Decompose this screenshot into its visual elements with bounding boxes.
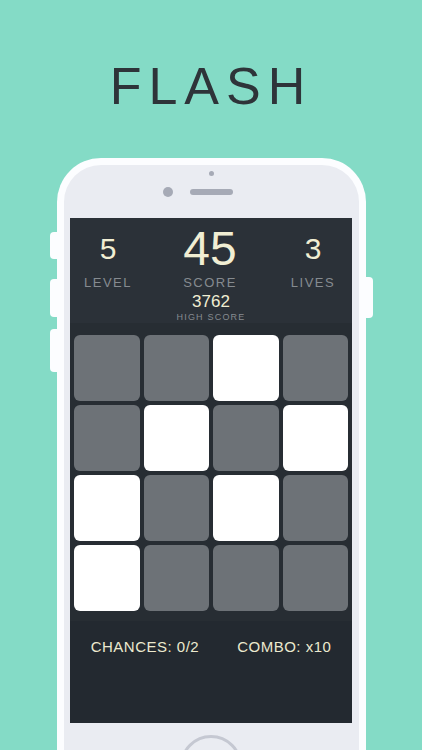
tile-r2c2-lit[interactable] (144, 405, 210, 471)
level-stat: 5 LEVEL (70, 224, 146, 290)
tile-r1c1-dark[interactable] (74, 335, 140, 401)
tile-r4c4-dark[interactable] (283, 545, 349, 611)
board-grid (70, 323, 352, 621)
hud: 5 LEVEL 45 SCORE 3 LIVES 3762 HIGH SCORE (70, 218, 352, 323)
game-screen: 5 LEVEL 45 SCORE 3 LIVES 3762 HIGH SCORE (70, 218, 352, 723)
high-score-stat: 3762 HIGH SCORE (70, 293, 352, 322)
tile-r1c3-lit[interactable] (213, 335, 279, 401)
speaker-bar-icon (190, 189, 233, 195)
tile-r3c3-lit[interactable] (213, 475, 279, 541)
tile-r3c2-dark[interactable] (144, 475, 210, 541)
game-title: FLASH (0, 60, 422, 112)
tile-r2c3-dark[interactable] (213, 405, 279, 471)
proximity-sensor-dot (209, 171, 214, 176)
power-button (362, 277, 373, 318)
tile-r4c3-dark[interactable] (213, 545, 279, 611)
tile-r3c4-dark[interactable] (283, 475, 349, 541)
tile-r2c1-dark[interactable] (74, 405, 140, 471)
app-store-screenshot: FLASH 5 LEVEL 45 SCORE (0, 0, 422, 750)
level-value: 5 (100, 224, 117, 274)
tile-r1c2-dark[interactable] (144, 335, 210, 401)
volume-down-button (50, 329, 61, 372)
chances-status: CHANCES: 0/2 (91, 638, 200, 723)
tile-r3c1-lit[interactable] (74, 475, 140, 541)
high-score-label: HIGH SCORE (70, 312, 352, 322)
tile-r1c4-dark[interactable] (283, 335, 349, 401)
level-label: LEVEL (84, 275, 132, 290)
lives-label: LIVES (291, 275, 335, 290)
volume-up-button (50, 279, 61, 317)
score-label: SCORE (183, 275, 237, 290)
mute-switch (50, 232, 61, 259)
phone-mockup: 5 LEVEL 45 SCORE 3 LIVES 3762 HIGH SCORE (57, 158, 366, 750)
score-value: 45 (183, 224, 236, 274)
lives-value: 3 (305, 224, 322, 274)
tile-r4c1-lit[interactable] (74, 545, 140, 611)
status-bar: CHANCES: 0/2 COMBO: x10 (70, 621, 352, 723)
tile-r4c2-dark[interactable] (144, 545, 210, 611)
front-camera-icon (163, 187, 173, 197)
tile-r2c4-lit[interactable] (283, 405, 349, 471)
high-score-value: 3762 (70, 293, 352, 311)
score-stat: 45 SCORE (146, 224, 274, 290)
combo-status: COMBO: x10 (237, 638, 331, 723)
lives-stat: 3 LIVES (274, 224, 352, 290)
